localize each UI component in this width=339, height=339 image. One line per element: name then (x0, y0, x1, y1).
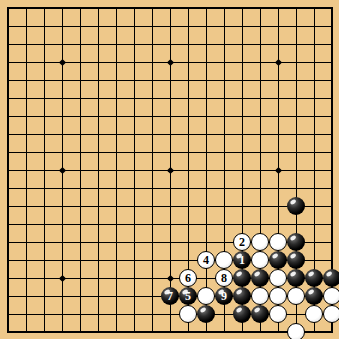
white-stone (287, 323, 305, 339)
black-stone (287, 251, 305, 269)
black-stone (251, 305, 269, 323)
white-stone (251, 233, 269, 251)
white-stone (269, 233, 287, 251)
move-number: 4 (203, 254, 209, 266)
black-stone (233, 269, 251, 287)
white-stone (269, 269, 287, 287)
move-number: 8 (221, 272, 227, 284)
white-stone (323, 287, 339, 305)
white-stone-move-4: 4 (197, 251, 215, 269)
move-number: 6 (185, 272, 191, 284)
white-stone (269, 305, 287, 323)
white-stone (305, 305, 323, 323)
go-board[interactable]: 24168759 (0, 0, 339, 339)
black-stone-move-9: 9 (215, 287, 233, 305)
white-stone (269, 287, 287, 305)
black-stone (233, 305, 251, 323)
white-stone-move-6: 6 (179, 269, 197, 287)
white-stone-move-2: 2 (233, 233, 251, 251)
black-stone (287, 233, 305, 251)
black-stone (305, 287, 323, 305)
white-stone (215, 251, 233, 269)
white-stone (179, 305, 197, 323)
move-number: 7 (167, 290, 173, 302)
black-stone (269, 251, 287, 269)
black-stone (233, 287, 251, 305)
white-stone (323, 305, 339, 323)
black-stone-move-5: 5 (179, 287, 197, 305)
move-number: 5 (185, 290, 191, 302)
white-stone (197, 287, 215, 305)
stones-layer: 24168759 (0, 0, 339, 339)
black-stone-move-7: 7 (161, 287, 179, 305)
black-stone (323, 269, 339, 287)
black-stone-move-1: 1 (233, 251, 251, 269)
black-stone (287, 269, 305, 287)
black-stone (251, 269, 269, 287)
white-stone (251, 287, 269, 305)
black-stone (305, 269, 323, 287)
white-stone (287, 287, 305, 305)
white-stone-move-8: 8 (215, 269, 233, 287)
move-number: 9 (221, 290, 227, 302)
black-stone (287, 197, 305, 215)
move-number: 1 (239, 254, 245, 266)
white-stone (251, 251, 269, 269)
black-stone (197, 305, 215, 323)
move-number: 2 (239, 236, 245, 248)
